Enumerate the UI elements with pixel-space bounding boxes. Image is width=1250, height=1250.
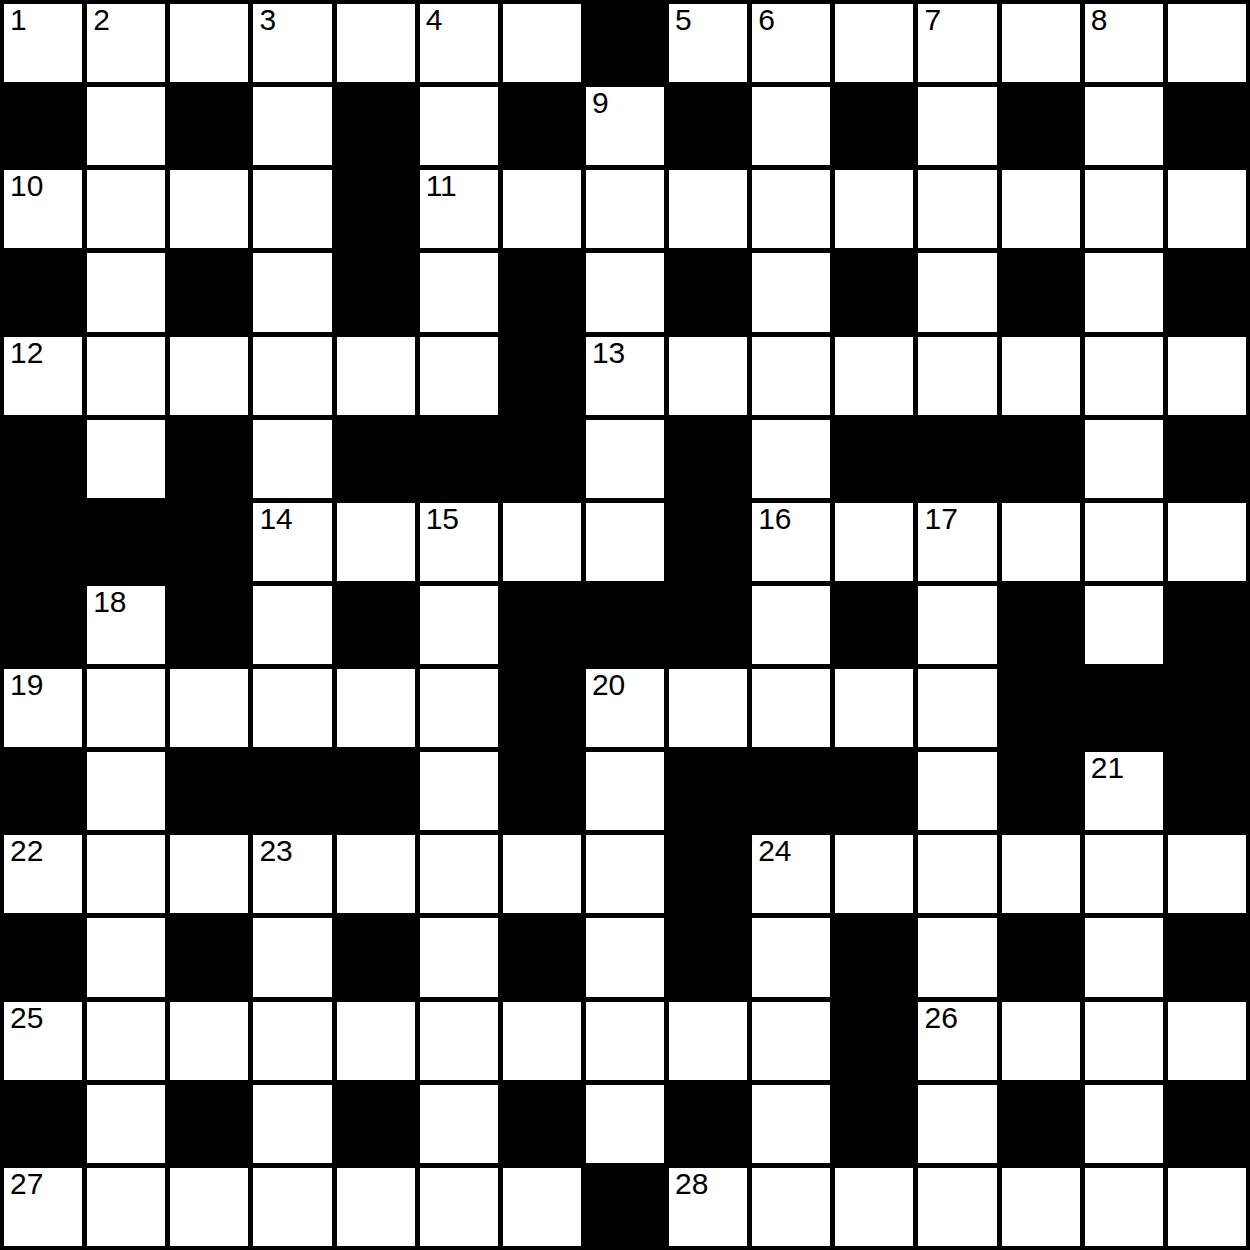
black-cell-r1c6 [503,87,581,165]
white-cell-r0c9[interactable]: 6 [752,4,830,82]
white-cell-r2c8[interactable] [669,170,747,248]
white-cell-r14c13[interactable] [1085,1168,1163,1246]
clue-number-22: 22 [10,835,43,867]
black-cell-r1c4 [337,87,415,165]
clue-number-27: 27 [10,1168,43,1200]
black-cell-r9c9 [752,752,830,830]
black-cell-r7c2 [170,586,248,664]
white-cell-r5c9[interactable] [752,420,830,498]
white-cell-r10c0[interactable]: 22 [4,835,82,913]
white-cell-r4c4[interactable] [337,337,415,415]
black-cell-r3c12 [1002,253,1080,331]
black-cell-r5c11 [918,420,996,498]
white-cell-r6c14[interactable] [1168,503,1246,581]
clue-number-17: 17 [924,503,957,535]
white-cell-r0c2[interactable] [170,4,248,82]
white-cell-r2c11[interactable] [918,170,996,248]
clue-number-24: 24 [758,835,791,867]
clue-number-18: 18 [93,586,126,618]
black-cell-r5c10 [835,420,913,498]
white-cell-r4c14[interactable] [1168,337,1246,415]
white-cell-r0c5[interactable]: 4 [420,4,498,82]
white-cell-r0c11[interactable]: 7 [918,4,996,82]
white-cell-r1c3[interactable] [253,87,331,165]
white-cell-r14c8[interactable]: 28 [669,1168,747,1246]
white-cell-r0c1[interactable]: 2 [87,4,165,82]
clue-number-26: 26 [924,1002,957,1034]
white-cell-r14c9[interactable] [752,1168,830,1246]
black-cell-r1c0 [4,87,82,165]
black-cell-r5c0 [4,420,82,498]
white-cell-r6c6[interactable] [503,503,581,581]
white-cell-r2c0[interactable]: 10 [4,170,82,248]
white-cell-r2c13[interactable] [1085,170,1163,248]
white-cell-r3c7[interactable] [586,253,664,331]
black-cell-r7c6 [503,586,581,664]
white-cell-r1c1[interactable] [87,87,165,165]
white-cell-r10c12[interactable] [1002,835,1080,913]
white-cell-r10c7[interactable] [586,835,664,913]
white-cell-r4c13[interactable] [1085,337,1163,415]
white-cell-r1c11[interactable] [918,87,996,165]
black-cell-r9c2 [170,752,248,830]
white-cell-r14c14[interactable] [1168,1168,1246,1246]
white-cell-r7c5[interactable] [420,586,498,664]
white-cell-r5c1[interactable] [87,420,165,498]
white-cell-r2c6[interactable] [503,170,581,248]
white-cell-r10c5[interactable] [420,835,498,913]
clue-number-5: 5 [675,4,692,36]
black-cell-r11c4 [337,918,415,996]
clue-number-15: 15 [426,503,459,535]
black-cell-r5c14 [1168,420,1246,498]
clue-number-14: 14 [259,503,292,535]
clue-number-9: 9 [592,87,609,119]
black-cell-r9c8 [669,752,747,830]
black-cell-r9c3 [253,752,331,830]
white-cell-r6c13[interactable] [1085,503,1163,581]
white-cell-r4c10[interactable] [835,337,913,415]
white-cell-r13c3[interactable] [253,1085,331,1163]
black-cell-r8c6 [503,669,581,747]
white-cell-r10c13[interactable] [1085,835,1163,913]
black-cell-r6c1 [87,503,165,581]
black-cell-r3c14 [1168,253,1246,331]
white-cell-r3c13[interactable] [1085,253,1163,331]
black-cell-r3c0 [4,253,82,331]
white-cell-r0c14[interactable] [1168,4,1246,82]
clue-number-3: 3 [259,4,276,36]
black-cell-r6c8 [669,503,747,581]
white-cell-r12c2[interactable] [170,1002,248,1080]
black-cell-r1c2 [170,87,248,165]
black-cell-r12c10 [835,1002,913,1080]
white-cell-r14c2[interactable] [170,1168,248,1246]
black-cell-r11c10 [835,918,913,996]
white-cell-r8c8[interactable] [669,669,747,747]
white-cell-r1c7[interactable]: 9 [586,87,664,165]
white-cell-r13c5[interactable] [420,1085,498,1163]
white-cell-r12c12[interactable] [1002,1002,1080,1080]
white-cell-r1c5[interactable] [420,87,498,165]
clue-number-13: 13 [592,337,625,369]
white-cell-r4c1[interactable] [87,337,165,415]
white-cell-r12c4[interactable] [337,1002,415,1080]
white-cell-r1c13[interactable] [1085,87,1163,165]
black-cell-r3c10 [835,253,913,331]
white-cell-r6c7[interactable] [586,503,664,581]
black-cell-r13c4 [337,1085,415,1163]
clue-number-21: 21 [1091,752,1124,784]
black-cell-r9c12 [1002,752,1080,830]
white-cell-r7c11[interactable] [918,586,996,664]
white-cell-r4c2[interactable] [170,337,248,415]
white-cell-r12c8[interactable] [669,1002,747,1080]
white-cell-r6c9[interactable]: 16 [752,503,830,581]
black-cell-r9c10 [835,752,913,830]
clue-number-20: 20 [592,669,625,701]
white-cell-r8c10[interactable] [835,669,913,747]
black-cell-r4c6 [503,337,581,415]
white-cell-r11c11[interactable] [918,918,996,996]
white-cell-r2c2[interactable] [170,170,248,248]
white-cell-r9c7[interactable] [586,752,664,830]
white-cell-r2c5[interactable]: 11 [420,170,498,248]
black-cell-r5c4 [337,420,415,498]
clue-number-19: 19 [10,669,43,701]
black-cell-r3c2 [170,253,248,331]
white-cell-r4c8[interactable] [669,337,747,415]
black-cell-r11c2 [170,918,248,996]
clue-number-4: 4 [426,4,443,36]
black-cell-r6c0 [4,503,82,581]
white-cell-r4c9[interactable] [752,337,830,415]
white-cell-r13c7[interactable] [586,1085,664,1163]
white-cell-r14c5[interactable] [420,1168,498,1246]
black-cell-r9c4 [337,752,415,830]
black-cell-r7c10 [835,586,913,664]
black-cell-r1c14 [1168,87,1246,165]
black-cell-r9c0 [4,752,82,830]
crossword-grid: 1234567891011121314151617181920212223242… [0,0,1250,1250]
white-cell-r9c11[interactable] [918,752,996,830]
black-cell-r7c4 [337,586,415,664]
black-cell-r13c0 [4,1085,82,1163]
white-cell-r5c13[interactable] [1085,420,1163,498]
black-cell-r11c14 [1168,918,1246,996]
black-cell-r3c4 [337,253,415,331]
white-cell-r12c5[interactable] [420,1002,498,1080]
white-cell-r5c3[interactable] [253,420,331,498]
white-cell-r4c5[interactable] [420,337,498,415]
black-cell-r13c14 [1168,1085,1246,1163]
white-cell-r12c13[interactable] [1085,1002,1163,1080]
white-cell-r14c0[interactable]: 27 [4,1168,82,1246]
black-cell-r7c14 [1168,586,1246,664]
black-cell-r7c7 [586,586,664,664]
clue-number-23: 23 [259,835,292,867]
black-cell-r11c6 [503,918,581,996]
white-cell-r11c13[interactable] [1085,918,1163,996]
white-cell-r4c3[interactable] [253,337,331,415]
white-cell-r4c12[interactable] [1002,337,1080,415]
black-cell-r7c8 [669,586,747,664]
white-cell-r6c11[interactable]: 17 [918,503,996,581]
white-cell-r1c9[interactable] [752,87,830,165]
white-cell-r10c1[interactable] [87,835,165,913]
white-cell-r8c7[interactable]: 20 [586,669,664,747]
clue-number-28: 28 [675,1168,708,1200]
white-cell-r8c2[interactable] [170,669,248,747]
white-cell-r4c7[interactable]: 13 [586,337,664,415]
black-cell-r3c8 [669,253,747,331]
black-cell-r7c0 [4,586,82,664]
clue-number-6: 6 [758,4,775,36]
black-cell-r11c8 [669,918,747,996]
white-cell-r12c9[interactable] [752,1002,830,1080]
black-cell-r11c12 [1002,918,1080,996]
white-cell-r10c14[interactable] [1168,835,1246,913]
white-cell-r2c3[interactable] [253,170,331,248]
white-cell-r3c11[interactable] [918,253,996,331]
white-cell-r0c12[interactable] [1002,4,1080,82]
white-cell-r10c3[interactable]: 23 [253,835,331,913]
white-cell-r6c10[interactable] [835,503,913,581]
black-cell-r1c10 [835,87,913,165]
black-cell-r13c6 [503,1085,581,1163]
black-cell-r5c8 [669,420,747,498]
white-cell-r10c9[interactable]: 24 [752,835,830,913]
white-cell-r2c7[interactable] [586,170,664,248]
white-cell-r7c13[interactable] [1085,586,1163,664]
white-cell-r0c4[interactable] [337,4,415,82]
black-cell-r9c6 [503,752,581,830]
white-cell-r2c10[interactable] [835,170,913,248]
white-cell-r0c6[interactable] [503,4,581,82]
white-cell-r3c3[interactable] [253,253,331,331]
black-cell-r1c12 [1002,87,1080,165]
black-cell-r5c5 [420,420,498,498]
white-cell-r8c9[interactable] [752,669,830,747]
white-cell-r11c3[interactable] [253,918,331,996]
black-cell-r10c8 [669,835,747,913]
white-cell-r4c0[interactable]: 12 [4,337,82,415]
white-cell-r12c0[interactable]: 25 [4,1002,82,1080]
black-cell-r0c7 [586,4,664,82]
white-cell-r14c10[interactable] [835,1168,913,1246]
white-cell-r14c12[interactable] [1002,1168,1080,1246]
black-cell-r9c14 [1168,752,1246,830]
white-cell-r8c0[interactable]: 19 [4,669,82,747]
white-cell-r7c3[interactable] [253,586,331,664]
white-cell-r11c5[interactable] [420,918,498,996]
black-cell-r14c7 [586,1168,664,1246]
white-cell-r10c2[interactable] [170,835,248,913]
white-cell-r0c3[interactable]: 3 [253,4,331,82]
clue-number-10: 10 [10,170,43,202]
white-cell-r3c1[interactable] [87,253,165,331]
white-cell-r10c11[interactable] [918,835,996,913]
black-cell-r8c13 [1085,669,1163,747]
black-cell-r8c12 [1002,669,1080,747]
clue-number-2: 2 [93,4,110,36]
black-cell-r2c4 [337,170,415,248]
white-cell-r7c1[interactable]: 18 [87,586,165,664]
clue-number-16: 16 [758,503,791,535]
black-cell-r3c6 [503,253,581,331]
white-cell-r12c7[interactable] [586,1002,664,1080]
white-cell-r6c4[interactable] [337,503,415,581]
white-cell-r14c4[interactable] [337,1168,415,1246]
black-cell-r5c2 [170,420,248,498]
clue-number-7: 7 [924,4,941,36]
black-cell-r8c14 [1168,669,1246,747]
white-cell-r13c9[interactable] [752,1085,830,1163]
white-cell-r12c6[interactable] [503,1002,581,1080]
white-cell-r2c9[interactable] [752,170,830,248]
white-cell-r9c1[interactable] [87,752,165,830]
white-cell-r8c5[interactable] [420,669,498,747]
white-cell-r0c8[interactable]: 5 [669,4,747,82]
white-cell-r12c14[interactable] [1168,1002,1246,1080]
black-cell-r13c10 [835,1085,913,1163]
white-cell-r8c3[interactable] [253,669,331,747]
white-cell-r8c1[interactable] [87,669,165,747]
clue-number-8: 8 [1091,4,1108,36]
black-cell-r11c0 [4,918,82,996]
white-cell-r6c5[interactable]: 15 [420,503,498,581]
white-cell-r2c14[interactable] [1168,170,1246,248]
white-cell-r2c12[interactable] [1002,170,1080,248]
white-cell-r7c9[interactable] [752,586,830,664]
white-cell-r6c12[interactable] [1002,503,1080,581]
white-cell-r12c1[interactable] [87,1002,165,1080]
white-cell-r6c3[interactable]: 14 [253,503,331,581]
white-cell-r14c1[interactable] [87,1168,165,1246]
white-cell-r13c11[interactable] [918,1085,996,1163]
clue-number-11: 11 [426,170,457,202]
black-cell-r13c12 [1002,1085,1080,1163]
white-cell-r13c13[interactable] [1085,1085,1163,1163]
white-cell-r0c13[interactable]: 8 [1085,4,1163,82]
white-cell-r0c0[interactable]: 1 [4,4,82,82]
black-cell-r13c8 [669,1085,747,1163]
white-cell-r12c11[interactable]: 26 [918,1002,996,1080]
white-cell-r9c13[interactable]: 21 [1085,752,1163,830]
white-cell-r10c4[interactable] [337,835,415,913]
clue-number-1: 1 [10,4,27,36]
white-cell-r12c3[interactable] [253,1002,331,1080]
white-cell-r13c1[interactable] [87,1085,165,1163]
white-cell-r10c6[interactable] [503,835,581,913]
clue-number-25: 25 [10,1002,43,1034]
white-cell-r10c10[interactable] [835,835,913,913]
white-cell-r8c4[interactable] [337,669,415,747]
white-cell-r11c1[interactable] [87,918,165,996]
white-cell-r3c9[interactable] [752,253,830,331]
white-cell-r14c11[interactable] [918,1168,996,1246]
black-cell-r6c2 [170,503,248,581]
white-cell-r11c7[interactable] [586,918,664,996]
white-cell-r9c5[interactable] [420,752,498,830]
white-cell-r3c5[interactable] [420,253,498,331]
white-cell-r14c3[interactable] [253,1168,331,1246]
white-cell-r14c6[interactable] [503,1168,581,1246]
white-cell-r2c1[interactable] [87,170,165,248]
white-cell-r11c9[interactable] [752,918,830,996]
white-cell-r8c11[interactable] [918,669,996,747]
black-cell-r1c8 [669,87,747,165]
white-cell-r5c7[interactable] [586,420,664,498]
black-cell-r5c6 [503,420,581,498]
clue-number-12: 12 [10,337,43,369]
white-cell-r0c10[interactable] [835,4,913,82]
black-cell-r7c12 [1002,586,1080,664]
black-cell-r5c12 [1002,420,1080,498]
black-cell-r13c2 [170,1085,248,1163]
white-cell-r4c11[interactable] [918,337,996,415]
